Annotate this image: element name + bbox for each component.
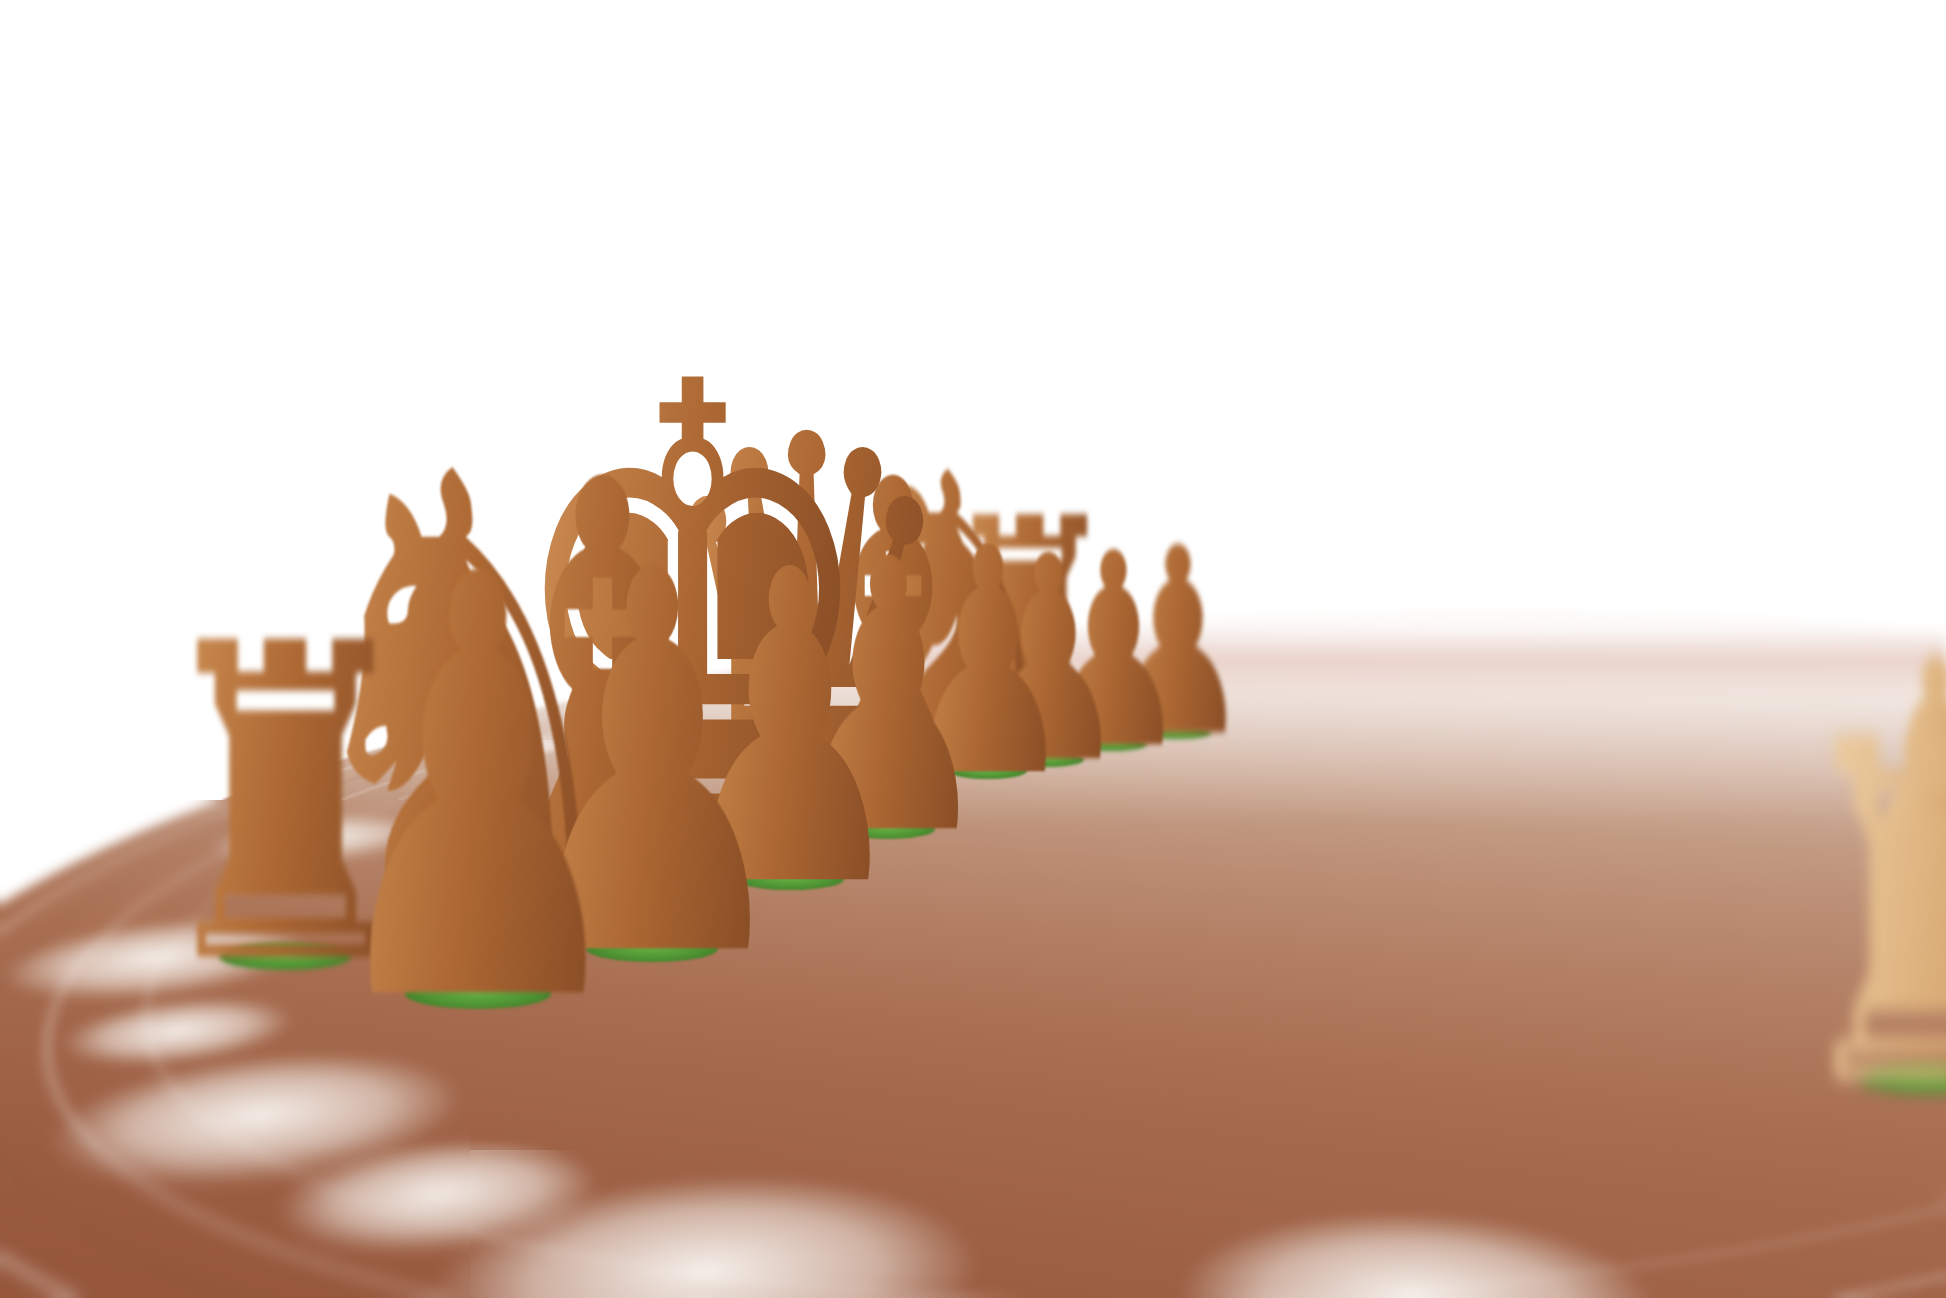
- rim-inlay-flower: [119, 1102, 741, 1298]
- piece-brown-pawn-h2[interactable]: ♟: [298, 502, 658, 1082]
- chess-photo-scene: ♜♞♝♚♛♝♞♜♟♟♟♟♟♟♟♟♟♜: [0, 0, 1946, 1298]
- rim-inlay-flower: [159, 1112, 1199, 1298]
- piece-light-rook-h8[interactable]: ♜: [1761, 681, 1946, 1151]
- rim-inlay-flower: [983, 1154, 1808, 1298]
